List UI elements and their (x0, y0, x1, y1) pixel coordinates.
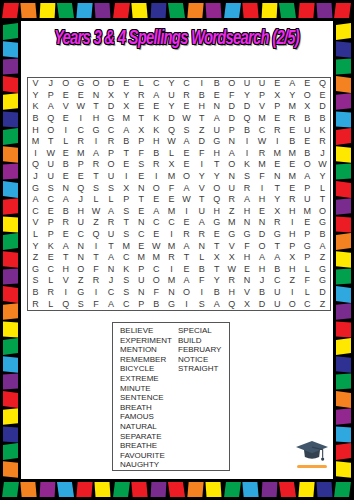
grid-cell-r14c15[interactable]: G (239, 229, 254, 241)
grid-cell-r12c8[interactable]: E (134, 206, 149, 218)
grid-cell-r14c13[interactable]: E (209, 229, 224, 241)
grid-cell-r16c6[interactable]: A (104, 252, 119, 264)
grid-cell-r4c17[interactable]: E (270, 113, 285, 125)
grid-cell-r9c1[interactable]: J (28, 171, 43, 183)
grid-cell-r20c8[interactable]: P (134, 298, 149, 310)
grid-cell-r1c20[interactable]: Q (315, 78, 330, 90)
grid-cell-r11c16[interactable]: H (255, 194, 270, 206)
grid-cell-r4c11[interactable]: W (179, 113, 194, 125)
grid-cell-r4c1[interactable]: B (28, 113, 43, 125)
grid-cell-r16c9[interactable]: M (149, 252, 164, 264)
grid-cell-r8c5[interactable]: R (88, 159, 103, 171)
grid-cell-r4c15[interactable]: Q (239, 113, 254, 125)
grid-cell-r4c8[interactable]: T (134, 113, 149, 125)
grid-cell-r1c11[interactable]: C (179, 78, 194, 90)
grid-cell-r7c13[interactable]: H (209, 148, 224, 160)
grid-cell-r13c8[interactable]: N (134, 217, 149, 229)
grid-cell-r9c10[interactable]: M (164, 171, 179, 183)
grid-cell-r12c11[interactable]: I (179, 206, 194, 218)
grid-cell-r12c14[interactable]: Z (224, 206, 239, 218)
grid-cell-r16c7[interactable]: C (119, 252, 134, 264)
grid-cell-r8c12[interactable]: I (194, 159, 209, 171)
grid-cell-r12c3[interactable]: B (58, 206, 73, 218)
grid-cell-r18c17[interactable]: C (270, 275, 285, 287)
grid-cell-r9c7[interactable]: I (119, 171, 134, 183)
grid-cell-r17c8[interactable]: P (134, 264, 149, 276)
grid-cell-r20c5[interactable]: F (88, 298, 103, 310)
grid-cell-r14c10[interactable]: I (164, 229, 179, 241)
grid-cell-r3c18[interactable]: M (285, 101, 300, 113)
grid-cell-r17c14[interactable]: W (224, 264, 239, 276)
grid-cell-r13c10[interactable]: C (164, 217, 179, 229)
grid-cell-r6c16[interactable]: W (255, 136, 270, 148)
grid-cell-r10c11[interactable]: A (179, 182, 194, 194)
grid-cell-r20c14[interactable]: Q (224, 298, 239, 310)
grid-cell-r16c19[interactable]: P (300, 252, 315, 264)
grid-cell-r4c13[interactable]: A (209, 113, 224, 125)
grid-cell-r19c19[interactable]: L (300, 287, 315, 299)
grid-cell-r1c14[interactable]: O (224, 78, 239, 90)
grid-cell-r5c12[interactable]: Z (194, 124, 209, 136)
grid-cell-r10c19[interactable]: P (300, 182, 315, 194)
grid-cell-r15c3[interactable]: A (58, 240, 73, 252)
grid-cell-r8c16[interactable]: M (255, 159, 270, 171)
grid-cell-r20c20[interactable]: Z (315, 298, 330, 310)
grid-cell-r9c2[interactable]: U (43, 171, 58, 183)
grid-cell-r2c4[interactable]: E (73, 90, 88, 102)
grid-cell-r20c15[interactable]: X (239, 298, 254, 310)
grid-cell-r11c17[interactable]: Y (270, 194, 285, 206)
grid-cell-r6c7[interactable]: B (119, 136, 134, 148)
grid-cell-r6c18[interactable]: B (285, 136, 300, 148)
grid-cell-r6c10[interactable]: W (164, 136, 179, 148)
grid-cell-r16c2[interactable]: E (43, 252, 58, 264)
grid-cell-r5c15[interactable]: B (239, 124, 254, 136)
grid-cell-r14c20[interactable]: B (315, 229, 330, 241)
grid-cell-r19c12[interactable]: I (194, 287, 209, 299)
grid-cell-r6c6[interactable]: R (104, 136, 119, 148)
grid-cell-r7c9[interactable]: B (149, 148, 164, 160)
grid-cell-r17c17[interactable]: B (270, 264, 285, 276)
grid-cell-r2c13[interactable]: E (209, 90, 224, 102)
grid-cell-r13c16[interactable]: N (255, 217, 270, 229)
grid-cell-r18c12[interactable]: F (194, 275, 209, 287)
grid-cell-r4c12[interactable]: T (194, 113, 209, 125)
grid-cell-r1c19[interactable]: E (300, 78, 315, 90)
grid-cell-r1c2[interactable]: J (43, 78, 58, 90)
grid-cell-r20c17[interactable]: U (270, 298, 285, 310)
grid-cell-r9c11[interactable]: O (179, 171, 194, 183)
grid-cell-r17c4[interactable]: O (73, 264, 88, 276)
grid-cell-r17c13[interactable]: T (209, 264, 224, 276)
grid-cell-r17c16[interactable]: H (255, 264, 270, 276)
grid-cell-r3c3[interactable]: V (58, 101, 73, 113)
grid-cell-r3c7[interactable]: X (119, 101, 134, 113)
grid-cell-r20c4[interactable]: S (73, 298, 88, 310)
grid-cell-r13c5[interactable]: Z (88, 217, 103, 229)
grid-cell-r5c20[interactable]: K (315, 124, 330, 136)
grid-cell-r10c9[interactable]: O (149, 182, 164, 194)
grid-cell-r2c12[interactable]: B (194, 90, 209, 102)
grid-cell-r20c6[interactable]: A (104, 298, 119, 310)
grid-cell-r20c2[interactable]: L (43, 298, 58, 310)
grid-cell-r11c2[interactable]: C (43, 194, 58, 206)
grid-cell-r14c9[interactable]: E (149, 229, 164, 241)
grid-cell-r2c8[interactable]: R (134, 90, 149, 102)
grid-cell-r7c14[interactable]: A (224, 148, 239, 160)
grid-cell-r11c18[interactable]: R (285, 194, 300, 206)
grid-cell-r8c13[interactable]: T (209, 159, 224, 171)
grid-cell-r20c13[interactable]: A (209, 298, 224, 310)
grid-cell-r11c1[interactable]: A (28, 194, 43, 206)
grid-cell-r11c4[interactable]: J (73, 194, 88, 206)
grid-cell-r18c7[interactable]: S (119, 275, 134, 287)
grid-cell-r14c19[interactable]: P (300, 229, 315, 241)
grid-cell-r3c6[interactable]: D (104, 101, 119, 113)
grid-cell-r17c6[interactable]: N (104, 264, 119, 276)
grid-cell-r14c16[interactable]: D (255, 229, 270, 241)
grid-cell-r10c18[interactable]: E (285, 182, 300, 194)
grid-cell-r1c1[interactable]: V (28, 78, 43, 90)
grid-cell-r15c18[interactable]: P (285, 240, 300, 252)
grid-cell-r14c1[interactable]: L (28, 229, 43, 241)
grid-cell-r16c18[interactable]: X (285, 252, 300, 264)
grid-cell-r20c19[interactable]: C (300, 298, 315, 310)
grid-cell-r11c9[interactable]: E (149, 194, 164, 206)
grid-cell-r12c13[interactable]: H (209, 206, 224, 218)
grid-cell-r16c15[interactable]: H (239, 252, 254, 264)
grid-cell-r16c11[interactable]: T (179, 252, 194, 264)
grid-cell-r14c17[interactable]: G (270, 229, 285, 241)
grid-cell-r10c4[interactable]: Q (73, 182, 88, 194)
grid-cell-r16c5[interactable]: T (88, 252, 103, 264)
grid-cell-r15c16[interactable]: O (255, 240, 270, 252)
grid-cell-r8c11[interactable]: E (179, 159, 194, 171)
grid-cell-r8c14[interactable]: O (224, 159, 239, 171)
grid-cell-r12c17[interactable]: X (270, 206, 285, 218)
grid-cell-r9c17[interactable]: N (270, 171, 285, 183)
grid-cell-r4c5[interactable]: H (88, 113, 103, 125)
grid-cell-r15c9[interactable]: W (149, 240, 164, 252)
grid-cell-r13c20[interactable]: G (315, 217, 330, 229)
grid-cell-r12c5[interactable]: W (88, 206, 103, 218)
grid-cell-r19c18[interactable]: I (285, 287, 300, 299)
grid-cell-r1c9[interactable]: C (149, 78, 164, 90)
grid-cell-r17c5[interactable]: F (88, 264, 103, 276)
grid-cell-r16c12[interactable]: L (194, 252, 209, 264)
grid-cell-r13c12[interactable]: A (194, 217, 209, 229)
grid-cell-r16c17[interactable]: A (270, 252, 285, 264)
grid-cell-r19c11[interactable]: O (179, 287, 194, 299)
grid-cell-r18c2[interactable]: L (43, 275, 58, 287)
grid-cell-r11c13[interactable]: Q (209, 194, 224, 206)
grid-cell-r15c2[interactable]: K (43, 240, 58, 252)
grid-cell-r15c14[interactable]: V (224, 240, 239, 252)
grid-cell-r9c5[interactable]: T (88, 171, 103, 183)
grid-cell-r6c5[interactable]: I (88, 136, 103, 148)
grid-cell-r2c9[interactable]: A (149, 90, 164, 102)
grid-cell-r9c4[interactable]: E (73, 171, 88, 183)
grid-cell-r9c6[interactable]: U (104, 171, 119, 183)
grid-cell-r3c20[interactable]: D (315, 101, 330, 113)
grid-cell-r17c12[interactable]: B (194, 264, 209, 276)
grid-cell-r11c20[interactable]: T (315, 194, 330, 206)
grid-cell-r18c4[interactable]: Z (73, 275, 88, 287)
grid-cell-r7c20[interactable]: J (315, 148, 330, 160)
grid-cell-r13c4[interactable]: U (73, 217, 88, 229)
grid-cell-r13c18[interactable]: I (285, 217, 300, 229)
grid-cell-r19c5[interactable]: I (88, 287, 103, 299)
grid-cell-r8c17[interactable]: E (270, 159, 285, 171)
grid-cell-r7c18[interactable]: M (285, 148, 300, 160)
grid-cell-r3c9[interactable]: E (149, 101, 164, 113)
grid-cell-r18c8[interactable]: U (134, 275, 149, 287)
grid-cell-r19c2[interactable]: R (43, 287, 58, 299)
grid-cell-r1c17[interactable]: E (270, 78, 285, 90)
grid-cell-r18c3[interactable]: V (58, 275, 73, 287)
grid-cell-r15c19[interactable]: G (300, 240, 315, 252)
grid-cell-r3c5[interactable]: T (88, 101, 103, 113)
grid-cell-r10c17[interactable]: T (270, 182, 285, 194)
grid-cell-r9c15[interactable]: S (239, 171, 254, 183)
grid-cell-r9c20[interactable]: Y (315, 171, 330, 183)
grid-cell-r9c3[interactable]: E (58, 171, 73, 183)
grid-cell-r5c18[interactable]: E (285, 124, 300, 136)
grid-cell-r11c12[interactable]: T (194, 194, 209, 206)
grid-cell-r9c13[interactable]: Y (209, 171, 224, 183)
grid-cell-r11c5[interactable]: L (88, 194, 103, 206)
grid-cell-r6c11[interactable]: A (179, 136, 194, 148)
grid-cell-r19c13[interactable]: B (209, 287, 224, 299)
grid-cell-r7c19[interactable]: B (300, 148, 315, 160)
grid-cell-r3c8[interactable]: E (134, 101, 149, 113)
grid-cell-r14c18[interactable]: H (285, 229, 300, 241)
grid-cell-r6c3[interactable]: L (58, 136, 73, 148)
grid-cell-r8c18[interactable]: E (285, 159, 300, 171)
grid-cell-r15c17[interactable]: T (270, 240, 285, 252)
grid-cell-r11c11[interactable]: W (179, 194, 194, 206)
grid-cell-r13c13[interactable]: G (209, 217, 224, 229)
grid-cell-r14c6[interactable]: U (104, 229, 119, 241)
grid-cell-r19c3[interactable]: I (58, 287, 73, 299)
grid-cell-r9c12[interactable]: Y (194, 171, 209, 183)
grid-cell-r9c14[interactable]: N (224, 171, 239, 183)
grid-cell-r7c7[interactable]: T (119, 148, 134, 160)
grid-cell-r6c14[interactable]: N (224, 136, 239, 148)
grid-cell-r10c1[interactable]: G (28, 182, 43, 194)
grid-cell-r16c4[interactable]: N (73, 252, 88, 264)
grid-cell-r8c19[interactable]: O (300, 159, 315, 171)
grid-cell-r15c7[interactable]: M (119, 240, 134, 252)
grid-cell-r3c19[interactable]: X (300, 101, 315, 113)
grid-cell-r3c13[interactable]: N (209, 101, 224, 113)
grid-cell-r14c12[interactable]: R (194, 229, 209, 241)
grid-cell-r14c8[interactable]: C (134, 229, 149, 241)
grid-cell-r8c10[interactable]: X (164, 159, 179, 171)
grid-cell-r10c8[interactable]: N (134, 182, 149, 194)
grid-cell-r14c3[interactable]: E (58, 229, 73, 241)
grid-cell-r2c19[interactable]: O (300, 90, 315, 102)
grid-cell-r6c8[interactable]: P (134, 136, 149, 148)
grid-cell-r1c12[interactable]: I (194, 78, 209, 90)
grid-cell-r12c9[interactable]: A (149, 206, 164, 218)
grid-cell-r1c16[interactable]: U (255, 78, 270, 90)
grid-cell-r12c1[interactable]: C (28, 206, 43, 218)
grid-cell-r20c18[interactable]: O (285, 298, 300, 310)
grid-cell-r7c11[interactable]: E (179, 148, 194, 160)
grid-cell-r15c13[interactable]: T (209, 240, 224, 252)
grid-cell-r17c9[interactable]: C (149, 264, 164, 276)
grid-cell-r11c10[interactable]: E (164, 194, 179, 206)
grid-cell-r2c3[interactable]: E (58, 90, 73, 102)
grid-cell-r17c20[interactable]: G (315, 264, 330, 276)
grid-cell-r7c2[interactable]: W (43, 148, 58, 160)
grid-cell-r13c7[interactable]: T (119, 217, 134, 229)
grid-cell-r20c10[interactable]: G (164, 298, 179, 310)
grid-cell-r7c16[interactable]: R (255, 148, 270, 160)
grid-cell-r5c1[interactable]: H (28, 124, 43, 136)
grid-cell-r11c8[interactable]: T (134, 194, 149, 206)
grid-cell-r17c18[interactable]: H (285, 264, 300, 276)
grid-cell-r18c6[interactable]: J (104, 275, 119, 287)
grid-cell-r19c20[interactable]: D (315, 287, 330, 299)
grid-cell-r16c20[interactable]: Z (315, 252, 330, 264)
grid-cell-r10c10[interactable]: F (164, 182, 179, 194)
grid-cell-r6c12[interactable]: D (194, 136, 209, 148)
grid-cell-r12c19[interactable]: M (300, 206, 315, 218)
grid-cell-r12c4[interactable]: H (73, 206, 88, 218)
grid-cell-r2c2[interactable]: P (43, 90, 58, 102)
grid-cell-r10c15[interactable]: R (239, 182, 254, 194)
grid-cell-r2c7[interactable]: Y (119, 90, 134, 102)
grid-cell-r10c16[interactable]: I (255, 182, 270, 194)
grid-cell-r4c14[interactable]: D (224, 113, 239, 125)
grid-cell-r18c1[interactable]: S (28, 275, 43, 287)
grid-cell-r1c3[interactable]: O (58, 78, 73, 90)
grid-cell-r18c19[interactable]: F (300, 275, 315, 287)
grid-cell-r10c14[interactable]: U (224, 182, 239, 194)
grid-cell-r13c6[interactable]: R (104, 217, 119, 229)
grid-cell-r4c9[interactable]: K (149, 113, 164, 125)
grid-cell-r16c8[interactable]: M (134, 252, 149, 264)
grid-cell-r10c3[interactable]: N (58, 182, 73, 194)
grid-cell-r2c17[interactable]: X (270, 90, 285, 102)
grid-cell-r2c20[interactable]: E (315, 90, 330, 102)
grid-cell-r18c14[interactable]: R (224, 275, 239, 287)
grid-cell-r9c19[interactable]: A (300, 171, 315, 183)
grid-cell-r17c15[interactable]: E (239, 264, 254, 276)
grid-cell-r13c17[interactable]: R (270, 217, 285, 229)
grid-cell-r1c6[interactable]: D (104, 78, 119, 90)
grid-cell-r7c5[interactable]: A (88, 148, 103, 160)
grid-cell-r20c3[interactable]: Q (58, 298, 73, 310)
grid-cell-r8c7[interactable]: E (119, 159, 134, 171)
grid-cell-r13c11[interactable]: E (179, 217, 194, 229)
grid-cell-r18c9[interactable]: O (149, 275, 164, 287)
grid-cell-r3c1[interactable]: K (28, 101, 43, 113)
grid-cell-r4c2[interactable]: Q (43, 113, 58, 125)
grid-cell-r6c15[interactable]: I (239, 136, 254, 148)
grid-cell-r20c9[interactable]: B (149, 298, 164, 310)
grid-cell-r14c4[interactable]: C (73, 229, 88, 241)
grid-cell-r12c2[interactable]: E (43, 206, 58, 218)
grid-cell-r10c20[interactable]: L (315, 182, 330, 194)
grid-cell-r3c4[interactable]: W (73, 101, 88, 113)
grid-cell-r7c4[interactable]: M (73, 148, 88, 160)
grid-cell-r6c9[interactable]: H (149, 136, 164, 148)
grid-cell-r8c2[interactable]: U (43, 159, 58, 171)
grid-cell-r8c4[interactable]: P (73, 159, 88, 171)
grid-cell-r15c4[interactable]: N (73, 240, 88, 252)
grid-cell-r19c10[interactable]: N (164, 287, 179, 299)
grid-cell-r8c20[interactable]: W (315, 159, 330, 171)
grid-cell-r3c15[interactable]: D (239, 101, 254, 113)
grid-cell-r5c13[interactable]: U (209, 124, 224, 136)
grid-cell-r5c3[interactable]: I (58, 124, 73, 136)
grid-cell-r15c10[interactable]: M (164, 240, 179, 252)
grid-cell-r3c10[interactable]: Y (164, 101, 179, 113)
grid-cell-r10c5[interactable]: S (88, 182, 103, 194)
grid-cell-r4c10[interactable]: D (164, 113, 179, 125)
grid-cell-r8c9[interactable]: R (149, 159, 164, 171)
grid-cell-r5c5[interactable]: G (88, 124, 103, 136)
grid-cell-r4c3[interactable]: E (58, 113, 73, 125)
grid-cell-r10c13[interactable]: O (209, 182, 224, 194)
grid-cell-r9c8[interactable]: E (134, 171, 149, 183)
grid-cell-r17c11[interactable]: E (179, 264, 194, 276)
grid-cell-r5c4[interactable]: C (73, 124, 88, 136)
grid-cell-r18c10[interactable]: M (164, 275, 179, 287)
grid-cell-r3c12[interactable]: H (194, 101, 209, 113)
grid-cell-r2c5[interactable]: N (88, 90, 103, 102)
grid-cell-r9c16[interactable]: F (255, 171, 270, 183)
grid-cell-r4c7[interactable]: M (119, 113, 134, 125)
grid-cell-r17c1[interactable]: G (28, 264, 43, 276)
grid-cell-r19c4[interactable]: G (73, 287, 88, 299)
grid-cell-r17c3[interactable]: H (58, 264, 73, 276)
grid-cell-r15c8[interactable]: E (134, 240, 149, 252)
grid-cell-r1c10[interactable]: Y (164, 78, 179, 90)
grid-cell-r10c6[interactable]: S (104, 182, 119, 194)
grid-cell-r7c1[interactable]: I (28, 148, 43, 160)
grid-cell-r2c16[interactable]: P (255, 90, 270, 102)
grid-cell-r14c11[interactable]: R (179, 229, 194, 241)
grid-cell-r19c6[interactable]: C (104, 287, 119, 299)
grid-cell-r5c11[interactable]: S (179, 124, 194, 136)
grid-cell-r5c10[interactable]: Q (164, 124, 179, 136)
grid-cell-r16c14[interactable]: X (224, 252, 239, 264)
grid-cell-r18c13[interactable]: Y (209, 275, 224, 287)
grid-cell-r16c16[interactable]: A (255, 252, 270, 264)
grid-cell-r11c14[interactable]: R (224, 194, 239, 206)
grid-cell-r3c11[interactable]: E (179, 101, 194, 113)
grid-cell-r2c6[interactable]: X (104, 90, 119, 102)
grid-cell-r17c2[interactable]: C (43, 264, 58, 276)
grid-cell-r12c18[interactable]: H (285, 206, 300, 218)
grid-cell-r17c10[interactable]: I (164, 264, 179, 276)
grid-cell-r13c3[interactable]: R (58, 217, 73, 229)
grid-cell-r15c6[interactable]: T (104, 240, 119, 252)
grid-cell-r7c3[interactable]: E (58, 148, 73, 160)
grid-cell-r19c8[interactable]: N (134, 287, 149, 299)
grid-cell-r19c15[interactable]: V (239, 287, 254, 299)
grid-cell-r5c9[interactable]: K (149, 124, 164, 136)
grid-cell-r17c7[interactable]: K (119, 264, 134, 276)
grid-cell-r13c2[interactable]: P (43, 217, 58, 229)
grid-cell-r10c7[interactable]: X (119, 182, 134, 194)
grid-cell-r3c17[interactable]: P (270, 101, 285, 113)
grid-cell-r13c9[interactable]: C (149, 217, 164, 229)
